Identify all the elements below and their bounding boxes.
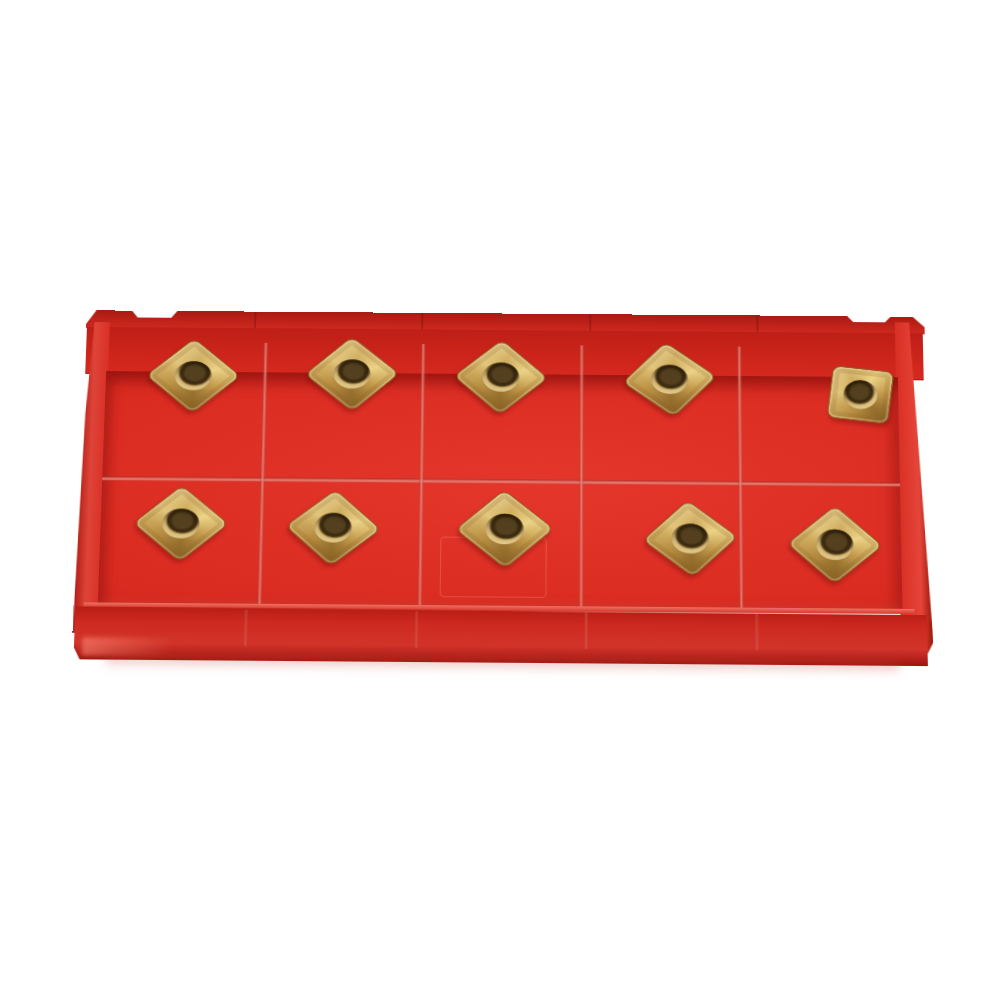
- tray-column-divider: [578, 345, 584, 608]
- rim-seam: [589, 314, 591, 331]
- insert-hole: [167, 355, 219, 396]
- insert-hole: [326, 353, 378, 394]
- photo-canvas: [0, 0, 1001, 1001]
- rim-seam: [757, 315, 759, 332]
- insert-hole: [475, 357, 527, 398]
- tray-column-divider: [257, 343, 269, 606]
- insert-hole: [644, 359, 696, 400]
- tray-front-glint: [82, 637, 174, 656]
- insert-hole: [478, 507, 532, 550]
- insert-r1c5: [826, 365, 894, 424]
- insert-hole: [809, 523, 862, 566]
- tray-row-divider: [102, 476, 900, 487]
- insert-hole: [307, 507, 359, 549]
- insert-hole: [842, 378, 879, 410]
- front-wall-seam: [754, 614, 759, 651]
- insert-hole: [155, 503, 207, 545]
- front-wall-seam: [243, 610, 249, 647]
- insert-tray: [71, 310, 934, 666]
- tray-column-divider: [737, 347, 744, 610]
- tray-front-wall: [73, 606, 927, 666]
- rim-seam: [254, 312, 256, 329]
- rim-seam: [421, 313, 423, 330]
- front-wall-seam: [413, 611, 419, 648]
- insert-hole: [664, 518, 716, 560]
- tray-column-divider: [418, 344, 427, 607]
- front-wall-seam: [584, 612, 589, 649]
